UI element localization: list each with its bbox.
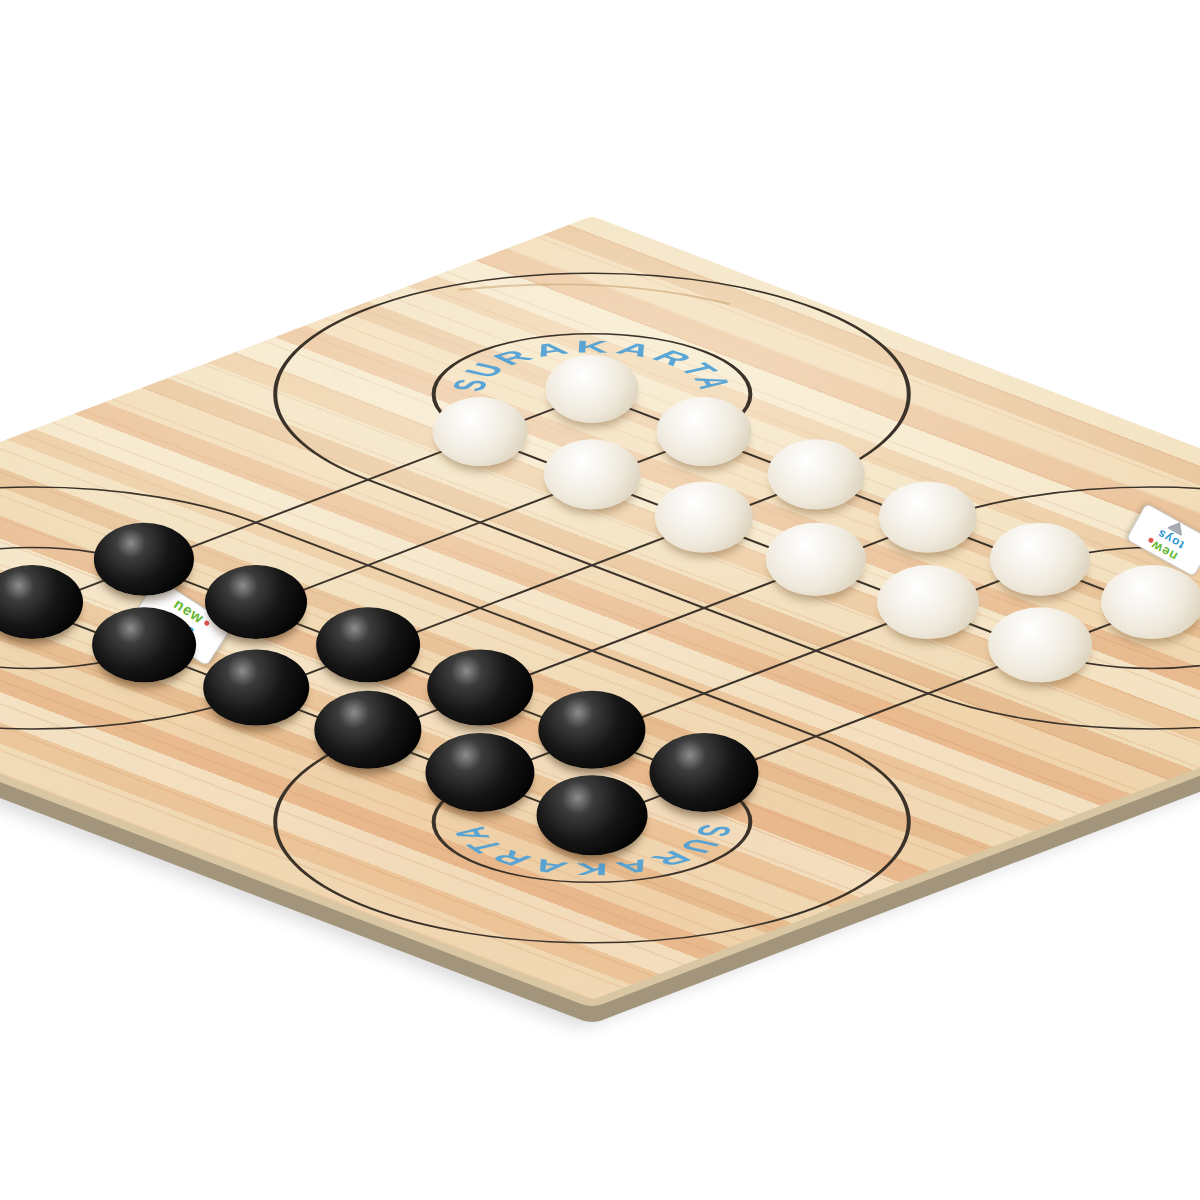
piece-black[interactable] [538,691,645,769]
piece-black[interactable] [314,691,421,769]
piece-white[interactable] [990,523,1090,596]
piece-black[interactable] [537,775,648,856]
piece-black[interactable] [649,733,758,812]
piece-white[interactable] [877,565,979,639]
piece-white[interactable] [433,397,528,466]
piece-black[interactable] [316,607,420,682]
piece-white[interactable] [545,355,638,423]
product-photo: SURAKARTASURAKARTA new toys new toys [0,0,1200,1200]
piece-white[interactable] [988,607,1092,682]
piece-white[interactable] [1101,565,1200,639]
piece-black[interactable] [94,523,194,596]
piece-black[interactable] [92,607,196,682]
piece-white[interactable] [768,439,865,509]
piece-white[interactable] [766,523,866,596]
piece-black[interactable] [203,649,309,726]
piece-black[interactable] [205,565,307,639]
piece-black[interactable] [425,733,534,812]
piece-white[interactable] [544,439,641,509]
piece-white[interactable] [657,397,752,466]
logo-dot-icon [203,620,210,627]
piece-black[interactable] [427,649,533,726]
